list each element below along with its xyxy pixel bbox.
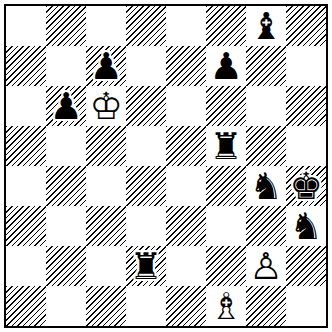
square-f5[interactable]: ♜ xyxy=(206,126,246,166)
piece-black-rook-f5[interactable]: ♜ xyxy=(209,128,242,165)
square-b7[interactable] xyxy=(46,46,86,86)
square-d1[interactable] xyxy=(126,286,166,326)
square-a5[interactable] xyxy=(6,126,46,166)
square-e8[interactable] xyxy=(166,6,206,46)
square-e7[interactable] xyxy=(166,46,206,86)
square-g1[interactable] xyxy=(246,286,286,326)
square-b5[interactable] xyxy=(46,126,86,166)
square-h2[interactable] xyxy=(286,246,326,286)
piece-black-rook-d2[interactable]: ♜ xyxy=(129,248,162,285)
diagram-frame: ♝♟♟♟♔♜♞♚♞♜♙♗ xyxy=(0,0,332,332)
piece-black-pawn-c7[interactable]: ♟ xyxy=(89,48,122,85)
square-f6[interactable] xyxy=(206,86,246,126)
square-a4[interactable] xyxy=(6,166,46,206)
square-d5[interactable] xyxy=(126,126,166,166)
piece-black-knight-h3[interactable]: ♞ xyxy=(289,208,322,245)
square-d3[interactable] xyxy=(126,206,166,246)
square-e2[interactable] xyxy=(166,246,206,286)
piece-black-knight-g4[interactable]: ♞ xyxy=(249,168,282,205)
square-g5[interactable] xyxy=(246,126,286,166)
square-g4[interactable]: ♞ xyxy=(246,166,286,206)
square-c4[interactable] xyxy=(86,166,126,206)
piece-black-pawn-b6[interactable]: ♟ xyxy=(49,88,82,125)
square-a1[interactable] xyxy=(6,286,46,326)
square-a3[interactable] xyxy=(6,206,46,246)
square-a7[interactable] xyxy=(6,46,46,86)
square-b8[interactable] xyxy=(46,6,86,46)
square-d7[interactable] xyxy=(126,46,166,86)
square-c2[interactable] xyxy=(86,246,126,286)
square-e5[interactable] xyxy=(166,126,206,166)
square-h8[interactable] xyxy=(286,6,326,46)
square-h5[interactable] xyxy=(286,126,326,166)
piece-black-bishop-g8[interactable]: ♝ xyxy=(249,8,282,45)
square-g8[interactable]: ♝ xyxy=(246,6,286,46)
square-h3[interactable]: ♞ xyxy=(286,206,326,246)
square-c8[interactable] xyxy=(86,6,126,46)
piece-white-king-c6[interactable]: ♔ xyxy=(89,88,122,125)
square-h1[interactable] xyxy=(286,286,326,326)
square-d2[interactable]: ♜ xyxy=(126,246,166,286)
square-b1[interactable] xyxy=(46,286,86,326)
square-a6[interactable] xyxy=(6,86,46,126)
square-e6[interactable] xyxy=(166,86,206,126)
square-g7[interactable] xyxy=(246,46,286,86)
square-g2[interactable]: ♙ xyxy=(246,246,286,286)
square-d4[interactable] xyxy=(126,166,166,206)
square-e3[interactable] xyxy=(166,206,206,246)
square-d6[interactable] xyxy=(126,86,166,126)
square-f1[interactable]: ♗ xyxy=(206,286,246,326)
chess-board: ♝♟♟♟♔♜♞♚♞♜♙♗ xyxy=(4,4,328,328)
square-h7[interactable] xyxy=(286,46,326,86)
piece-white-pawn-g2[interactable]: ♙ xyxy=(249,248,282,285)
piece-white-bishop-f1[interactable]: ♗ xyxy=(209,288,242,325)
piece-black-king-h4[interactable]: ♚ xyxy=(289,168,322,205)
piece-black-pawn-f7[interactable]: ♟ xyxy=(209,48,242,85)
square-c3[interactable] xyxy=(86,206,126,246)
square-f7[interactable]: ♟ xyxy=(206,46,246,86)
square-e4[interactable] xyxy=(166,166,206,206)
square-e1[interactable] xyxy=(166,286,206,326)
square-f8[interactable] xyxy=(206,6,246,46)
square-h6[interactable] xyxy=(286,86,326,126)
square-b6[interactable]: ♟ xyxy=(46,86,86,126)
square-c6[interactable]: ♔ xyxy=(86,86,126,126)
square-d8[interactable] xyxy=(126,6,166,46)
square-g6[interactable] xyxy=(246,86,286,126)
square-f3[interactable] xyxy=(206,206,246,246)
square-c5[interactable] xyxy=(86,126,126,166)
square-a2[interactable] xyxy=(6,246,46,286)
square-c1[interactable] xyxy=(86,286,126,326)
square-c7[interactable]: ♟ xyxy=(86,46,126,86)
square-b3[interactable] xyxy=(46,206,86,246)
square-b2[interactable] xyxy=(46,246,86,286)
square-f2[interactable] xyxy=(206,246,246,286)
square-h4[interactable]: ♚ xyxy=(286,166,326,206)
square-g3[interactable] xyxy=(246,206,286,246)
square-a8[interactable] xyxy=(6,6,46,46)
square-b4[interactable] xyxy=(46,166,86,206)
square-f4[interactable] xyxy=(206,166,246,206)
